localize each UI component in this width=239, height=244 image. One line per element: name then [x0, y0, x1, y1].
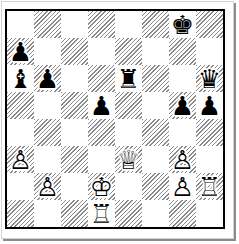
- square-e3[interactable]: ♕: [115, 146, 142, 173]
- square-h3[interactable]: [196, 146, 223, 173]
- piece-black-pawn: ♟: [9, 39, 32, 65]
- chess-diagram-screenshot: ♚♟♝♟♜♛♟♟♟♙♕♙♙♔♙♖♖: [0, 0, 239, 244]
- piece-white-rook: ♖: [90, 201, 113, 227]
- square-a3[interactable]: ♙: [7, 146, 34, 173]
- square-c3[interactable]: [61, 146, 88, 173]
- piece-black-bishop: ♝: [9, 66, 32, 92]
- square-a4[interactable]: [7, 119, 34, 146]
- square-g6[interactable]: [169, 65, 196, 92]
- square-g4[interactable]: [169, 119, 196, 146]
- square-f3[interactable]: [142, 146, 169, 173]
- square-c4[interactable]: [61, 119, 88, 146]
- square-d8[interactable]: [88, 11, 115, 38]
- diagram-picture-frame: ♚♟♝♟♜♛♟♟♟♙♕♙♙♔♙♖♖: [1, 1, 234, 239]
- square-d1[interactable]: ♖: [88, 200, 115, 227]
- square-c7[interactable]: [61, 38, 88, 65]
- square-g5[interactable]: ♟: [169, 92, 196, 119]
- square-g8[interactable]: ♚: [169, 11, 196, 38]
- square-h4[interactable]: [196, 119, 223, 146]
- square-h2[interactable]: ♖: [196, 173, 223, 200]
- piece-white-pawn: ♙: [171, 174, 194, 200]
- square-e4[interactable]: [115, 119, 142, 146]
- piece-white-queen: ♕: [117, 147, 140, 173]
- square-f4[interactable]: [142, 119, 169, 146]
- square-b3[interactable]: [34, 146, 61, 173]
- square-f1[interactable]: [142, 200, 169, 227]
- square-f2[interactable]: [142, 173, 169, 200]
- square-b4[interactable]: [34, 119, 61, 146]
- square-f8[interactable]: [142, 11, 169, 38]
- square-e2[interactable]: [115, 173, 142, 200]
- square-g2[interactable]: ♙: [169, 173, 196, 200]
- square-b7[interactable]: [34, 38, 61, 65]
- square-e5[interactable]: [115, 92, 142, 119]
- square-c2[interactable]: [61, 173, 88, 200]
- square-c1[interactable]: [61, 200, 88, 227]
- square-d4[interactable]: [88, 119, 115, 146]
- square-b5[interactable]: [34, 92, 61, 119]
- square-h7[interactable]: [196, 38, 223, 65]
- square-c8[interactable]: [61, 11, 88, 38]
- square-e6[interactable]: ♜: [115, 65, 142, 92]
- square-f5[interactable]: [142, 92, 169, 119]
- square-h1[interactable]: [196, 200, 223, 227]
- square-d7[interactable]: [88, 38, 115, 65]
- square-h8[interactable]: [196, 11, 223, 38]
- square-a2[interactable]: [7, 173, 34, 200]
- piece-black-queen: ♛: [198, 66, 221, 92]
- square-a5[interactable]: [7, 92, 34, 119]
- piece-black-pawn: ♟: [171, 93, 194, 119]
- square-h5[interactable]: ♟: [196, 92, 223, 119]
- square-g7[interactable]: [169, 38, 196, 65]
- square-d2[interactable]: ♔: [88, 173, 115, 200]
- square-c5[interactable]: [61, 92, 88, 119]
- square-d5[interactable]: ♟: [88, 92, 115, 119]
- square-a8[interactable]: [7, 11, 34, 38]
- square-e1[interactable]: [115, 200, 142, 227]
- square-e8[interactable]: [115, 11, 142, 38]
- piece-white-pawn: ♙: [9, 147, 32, 173]
- piece-white-king: ♔: [90, 174, 113, 200]
- square-e7[interactable]: [115, 38, 142, 65]
- piece-white-pawn: ♙: [36, 174, 59, 200]
- square-c6[interactable]: [61, 65, 88, 92]
- square-b1[interactable]: [34, 200, 61, 227]
- square-b6[interactable]: ♟: [34, 65, 61, 92]
- square-a6[interactable]: ♝: [7, 65, 34, 92]
- square-d3[interactable]: [88, 146, 115, 173]
- piece-black-king: ♚: [171, 12, 194, 38]
- square-h6[interactable]: ♛: [196, 65, 223, 92]
- piece-black-pawn: ♟: [198, 93, 221, 119]
- piece-black-pawn: ♟: [36, 66, 59, 92]
- piece-black-pawn: ♟: [90, 93, 113, 119]
- square-g1[interactable]: [169, 200, 196, 227]
- square-f6[interactable]: [142, 65, 169, 92]
- square-b2[interactable]: ♙: [34, 173, 61, 200]
- square-b8[interactable]: [34, 11, 61, 38]
- piece-white-rook: ♖: [198, 174, 221, 200]
- piece-white-pawn: ♙: [171, 147, 194, 173]
- square-d6[interactable]: [88, 65, 115, 92]
- square-a1[interactable]: [7, 200, 34, 227]
- square-g3[interactable]: ♙: [169, 146, 196, 173]
- piece-black-rook: ♜: [117, 66, 140, 92]
- chess-board: ♚♟♝♟♜♛♟♟♟♙♕♙♙♔♙♖♖: [5, 9, 225, 229]
- square-a7[interactable]: ♟: [7, 38, 34, 65]
- square-f7[interactable]: [142, 38, 169, 65]
